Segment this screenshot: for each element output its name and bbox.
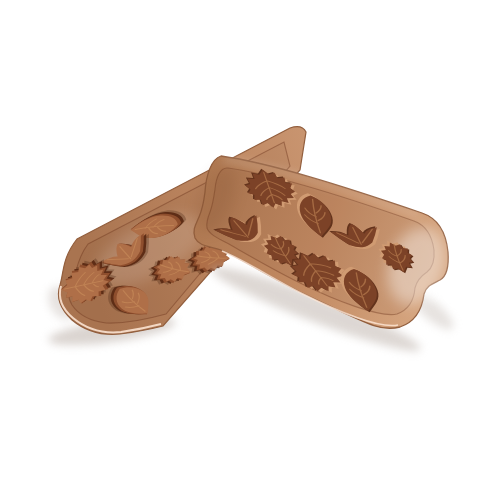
product-photo xyxy=(0,0,480,480)
